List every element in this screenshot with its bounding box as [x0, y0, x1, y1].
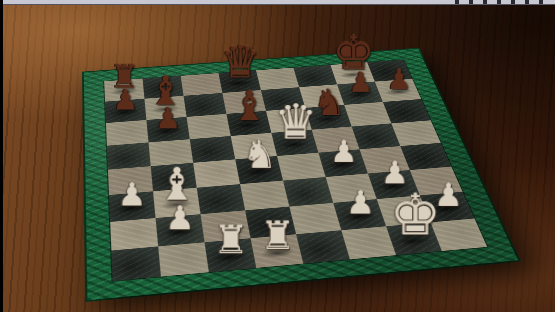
piece-white-pawn-f2[interactable]: ♟ — [338, 189, 383, 219]
chess-game-scene: ♜♛♚♟♝♟♟♟♝♞♛♞♟♟♝♟♟♟♟♜♜♚ — [0, 0, 555, 312]
piece-white-pawn-f4[interactable]: ♟ — [323, 139, 366, 167]
piece-black-pawn-b6[interactable]: ♟ — [148, 106, 189, 133]
window-chrome-dash — [455, 0, 459, 4]
window-chrome-dash — [511, 0, 515, 4]
window-edge-strip — [2, 0, 555, 5]
piece-white-rook-c1[interactable]: ♜ — [207, 223, 254, 260]
piece-black-pawn-h7[interactable]: ♟ — [380, 68, 419, 94]
window-chrome-dash — [525, 0, 529, 4]
board-perspective-wrap: ♜♛♚♟♝♟♟♟♝♞♛♞♟♟♝♟♟♟♟♜♜♚ — [0, 0, 555, 312]
piece-black-bishop-d6[interactable]: ♝ — [229, 88, 270, 127]
piece-white-king-g1[interactable]: ♚ — [392, 188, 438, 243]
piece-white-knight-d4[interactable]: ♞ — [238, 137, 281, 174]
piece-white-pawn-a3[interactable]: ♟ — [110, 181, 155, 211]
pieces-layer: ♜♛♚♟♝♟♟♟♝♞♛♞♟♟♝♟♟♟♟♜♜♚ — [84, 49, 518, 301]
piece-black-pawn-a7[interactable]: ♟ — [106, 88, 146, 115]
piece-black-queen-d8[interactable]: ♛ — [221, 42, 259, 85]
piece-white-pawn-b2[interactable]: ♟ — [157, 204, 203, 235]
chess-board: ♜♛♚♟♝♟♟♟♝♞♛♞♟♟♝♟♟♟♟♜♜♚ — [84, 49, 518, 301]
window-chrome-dash — [483, 0, 487, 4]
window-chrome-dash — [469, 0, 473, 4]
window-chrome-dash — [539, 0, 543, 4]
screen-left-edge — [0, 0, 3, 312]
piece-white-rook-d1[interactable]: ♜ — [254, 219, 301, 256]
window-chrome-dash — [497, 0, 501, 4]
